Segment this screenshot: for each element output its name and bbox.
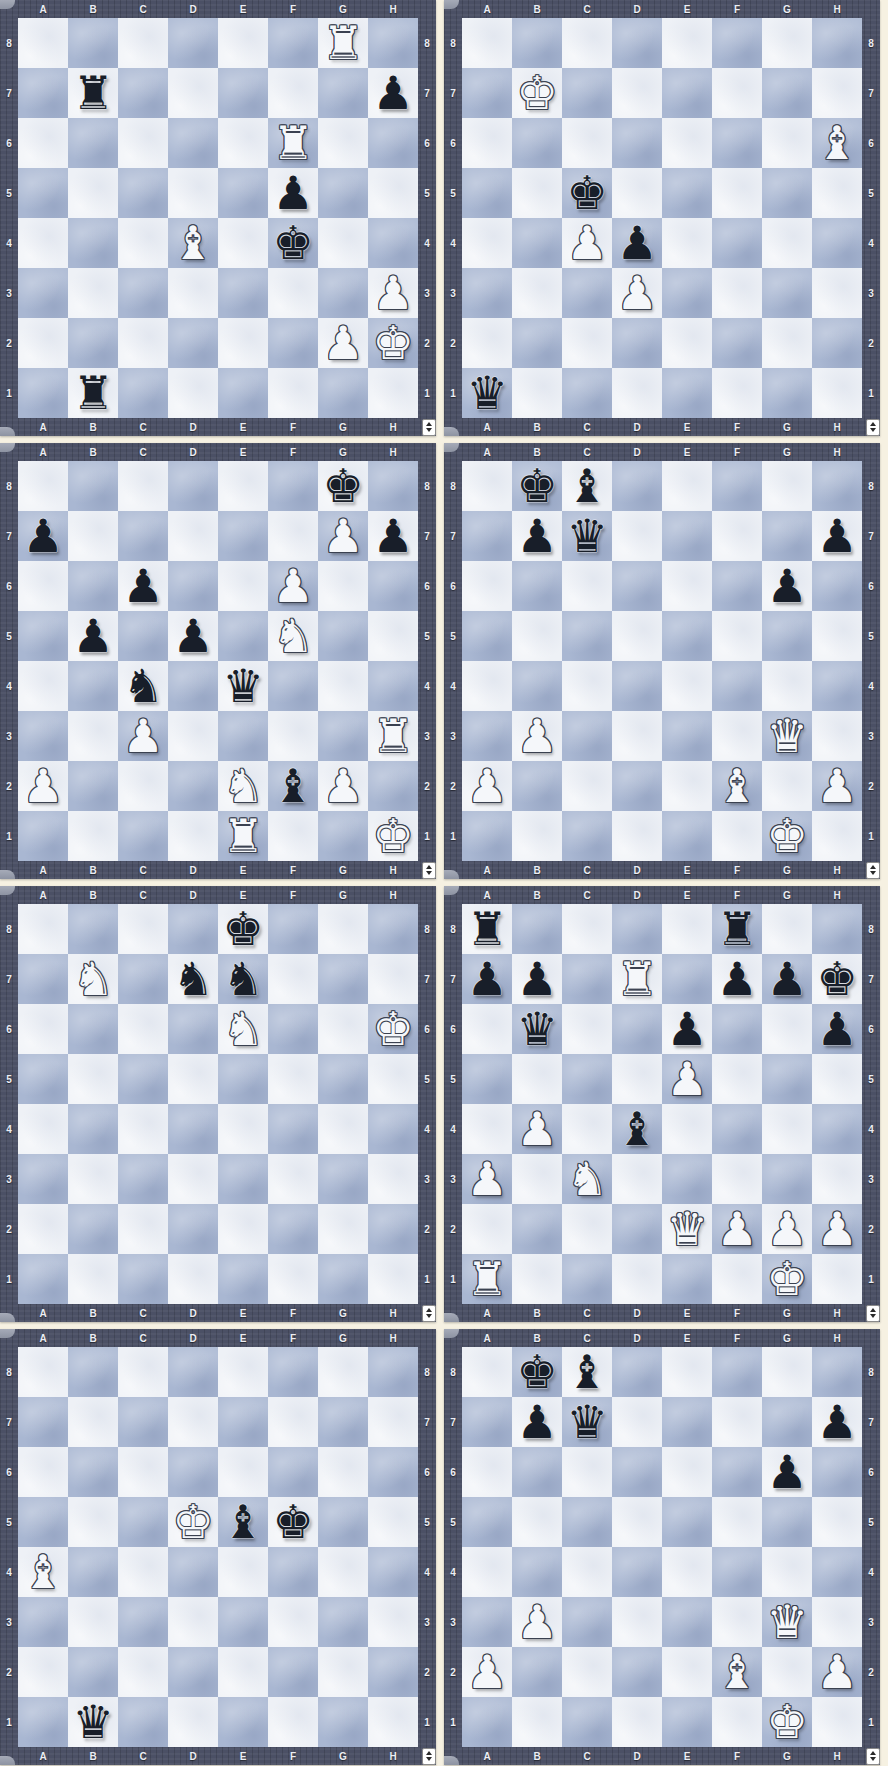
square-g3[interactable]: ♛	[762, 1597, 812, 1647]
square-g1[interactable]: ♚	[762, 1697, 812, 1747]
square-d3[interactable]	[168, 268, 218, 318]
square-c6[interactable]	[562, 561, 612, 611]
square-f1[interactable]	[268, 811, 318, 861]
square-a7[interactable]	[18, 1397, 68, 1447]
square-g6[interactable]	[318, 118, 368, 168]
square-g3[interactable]: ♛	[762, 711, 812, 761]
square-d6[interactable]	[612, 1004, 662, 1054]
square-g8[interactable]: ♜	[318, 18, 368, 68]
square-d2[interactable]	[168, 761, 218, 811]
square-g2[interactable]	[762, 761, 812, 811]
square-b8[interactable]: ♚	[512, 1347, 562, 1397]
square-e7[interactable]	[662, 68, 712, 118]
square-a2[interactable]	[18, 1647, 68, 1697]
square-g7[interactable]	[762, 1397, 812, 1447]
square-h7[interactable]: ♚	[812, 954, 862, 1004]
square-a1[interactable]	[18, 368, 68, 418]
square-b3[interactable]	[68, 711, 118, 761]
square-h5[interactable]	[368, 1054, 418, 1104]
square-h8[interactable]	[368, 18, 418, 68]
square-f4[interactable]	[268, 1547, 318, 1597]
square-a5[interactable]	[462, 611, 512, 661]
square-b5[interactable]	[512, 168, 562, 218]
square-d7[interactable]	[612, 511, 662, 561]
square-g5[interactable]	[762, 611, 812, 661]
square-g6[interactable]	[762, 118, 812, 168]
square-f7[interactable]: ♟	[712, 954, 762, 1004]
square-e2[interactable]	[662, 318, 712, 368]
square-c5[interactable]	[118, 1054, 168, 1104]
square-b5[interactable]	[68, 168, 118, 218]
square-d1[interactable]	[168, 1254, 218, 1304]
square-f6[interactable]	[712, 561, 762, 611]
square-h2[interactable]: ♚	[368, 318, 418, 368]
square-g8[interactable]	[318, 904, 368, 954]
square-b8[interactable]	[512, 18, 562, 68]
square-b6[interactable]	[512, 561, 562, 611]
square-e4[interactable]	[662, 661, 712, 711]
board-size-spinner[interactable]	[866, 1305, 880, 1322]
square-c5[interactable]	[562, 611, 612, 661]
square-g1[interactable]: ♚	[762, 1254, 812, 1304]
square-a7[interactable]: ♟	[462, 954, 512, 1004]
square-e7[interactable]	[218, 511, 268, 561]
square-c6[interactable]	[118, 1447, 168, 1497]
square-h4[interactable]	[812, 218, 862, 268]
square-c7[interactable]	[118, 511, 168, 561]
square-e7[interactable]	[662, 511, 712, 561]
square-f6[interactable]	[268, 1447, 318, 1497]
square-e5[interactable]: ♝	[218, 1497, 268, 1547]
square-f4[interactable]	[268, 661, 318, 711]
square-f6[interactable]	[268, 1004, 318, 1054]
square-e8[interactable]	[662, 461, 712, 511]
square-f2[interactable]: ♟	[712, 1204, 762, 1254]
square-g3[interactable]	[762, 1154, 812, 1204]
square-h6[interactable]	[368, 561, 418, 611]
square-d5[interactable]	[168, 1054, 218, 1104]
square-g7[interactable]: ♟	[318, 511, 368, 561]
square-h2[interactable]	[368, 1647, 418, 1697]
square-d3[interactable]	[168, 1597, 218, 1647]
square-f8[interactable]	[268, 461, 318, 511]
square-f1[interactable]	[268, 368, 318, 418]
square-c3[interactable]: ♟	[118, 711, 168, 761]
square-f1[interactable]	[712, 811, 762, 861]
square-h3[interactable]	[368, 1154, 418, 1204]
square-f5[interactable]: ♟	[268, 168, 318, 218]
square-g1[interactable]	[318, 1254, 368, 1304]
square-g7[interactable]	[318, 68, 368, 118]
square-b1[interactable]: ♜	[68, 368, 118, 418]
square-b2[interactable]	[512, 318, 562, 368]
square-e6[interactable]: ♟	[662, 1004, 712, 1054]
square-e2[interactable]	[218, 1204, 268, 1254]
square-h7[interactable]: ♟	[812, 511, 862, 561]
square-f5[interactable]	[268, 1054, 318, 1104]
square-g8[interactable]	[762, 1347, 812, 1397]
square-b4[interactable]: ♟	[512, 1104, 562, 1154]
square-a6[interactable]	[462, 118, 512, 168]
square-e3[interactable]	[662, 711, 712, 761]
square-d6[interactable]	[612, 1447, 662, 1497]
square-g2[interactable]	[318, 1204, 368, 1254]
square-g8[interactable]	[762, 18, 812, 68]
square-f3[interactable]	[268, 268, 318, 318]
square-b3[interactable]	[68, 1154, 118, 1204]
square-c4[interactable]	[118, 1104, 168, 1154]
square-g7[interactable]	[762, 68, 812, 118]
square-e4[interactable]	[218, 1104, 268, 1154]
square-c5[interactable]	[562, 1054, 612, 1104]
square-d2[interactable]	[612, 1647, 662, 1697]
square-d7[interactable]	[612, 68, 662, 118]
square-h6[interactable]: ♝	[812, 118, 862, 168]
square-b6[interactable]	[68, 1004, 118, 1054]
square-g2[interactable]	[762, 1647, 812, 1697]
square-c6[interactable]: ♟	[118, 561, 168, 611]
square-a6[interactable]	[18, 1447, 68, 1497]
square-c4[interactable]: ♟	[562, 218, 612, 268]
square-b6[interactable]	[68, 561, 118, 611]
square-d1[interactable]	[168, 1697, 218, 1747]
square-f1[interactable]	[712, 368, 762, 418]
square-d1[interactable]	[612, 811, 662, 861]
square-c1[interactable]	[562, 811, 612, 861]
square-a5[interactable]	[18, 168, 68, 218]
square-d2[interactable]	[612, 318, 662, 368]
square-a4[interactable]	[462, 1104, 512, 1154]
square-a3[interactable]	[462, 711, 512, 761]
square-h7[interactable]	[368, 954, 418, 1004]
square-g6[interactable]	[318, 561, 368, 611]
square-e4[interactable]: ♛	[218, 661, 268, 711]
square-e7[interactable]	[218, 1397, 268, 1447]
square-f4[interactable]	[268, 1104, 318, 1154]
square-h5[interactable]	[812, 1054, 862, 1104]
square-c6[interactable]	[118, 118, 168, 168]
square-e1[interactable]	[662, 1254, 712, 1304]
square-f5[interactable]	[712, 168, 762, 218]
square-c8[interactable]: ♝	[562, 1347, 612, 1397]
square-f8[interactable]	[712, 1347, 762, 1397]
square-b5[interactable]	[512, 1054, 562, 1104]
square-h2[interactable]	[368, 761, 418, 811]
square-d5[interactable]: ♚	[168, 1497, 218, 1547]
square-d5[interactable]	[168, 168, 218, 218]
square-f3[interactable]	[268, 1597, 318, 1647]
square-g6[interactable]	[762, 1004, 812, 1054]
square-a5[interactable]	[18, 1497, 68, 1547]
square-f5[interactable]: ♞	[268, 611, 318, 661]
square-c5[interactable]	[118, 611, 168, 661]
square-g5[interactable]	[318, 168, 368, 218]
square-d8[interactable]	[612, 461, 662, 511]
square-b6[interactable]	[68, 1447, 118, 1497]
square-f5[interactable]: ♚	[268, 1497, 318, 1547]
square-d1[interactable]	[168, 368, 218, 418]
square-h5[interactable]	[812, 168, 862, 218]
square-c4[interactable]: ♞	[118, 661, 168, 711]
square-b2[interactable]	[512, 1647, 562, 1697]
square-e8[interactable]	[218, 461, 268, 511]
square-e1[interactable]	[662, 368, 712, 418]
square-g1[interactable]	[318, 368, 368, 418]
square-f2[interactable]: ♝	[712, 1647, 762, 1697]
square-b2[interactable]	[68, 1204, 118, 1254]
square-a7[interactable]	[462, 68, 512, 118]
square-c1[interactable]	[562, 368, 612, 418]
square-g4[interactable]	[762, 1547, 812, 1597]
square-f4[interactable]: ♚	[268, 218, 318, 268]
square-h6[interactable]: ♚	[368, 1004, 418, 1054]
square-d2[interactable]	[168, 1204, 218, 1254]
square-a1[interactable]	[462, 811, 512, 861]
square-c3[interactable]	[562, 1597, 612, 1647]
square-a1[interactable]	[18, 811, 68, 861]
square-h5[interactable]	[368, 168, 418, 218]
square-d7[interactable]: ♞	[168, 954, 218, 1004]
square-h5[interactable]	[368, 611, 418, 661]
square-g4[interactable]	[318, 218, 368, 268]
square-g6[interactable]	[318, 1004, 368, 1054]
square-d3[interactable]: ♟	[612, 268, 662, 318]
square-e7[interactable]	[662, 954, 712, 1004]
square-b2[interactable]	[512, 761, 562, 811]
square-c3[interactable]	[562, 711, 612, 761]
square-d6[interactable]	[612, 118, 662, 168]
square-d5[interactable]: ♟	[168, 611, 218, 661]
square-h3[interactable]: ♟	[368, 268, 418, 318]
square-h2[interactable]: ♟	[812, 1204, 862, 1254]
square-a1[interactable]: ♛	[462, 368, 512, 418]
square-d7[interactable]	[168, 68, 218, 118]
square-d4[interactable]	[168, 1104, 218, 1154]
square-d6[interactable]	[168, 1447, 218, 1497]
square-a2[interactable]	[18, 318, 68, 368]
square-d3[interactable]	[612, 1597, 662, 1647]
square-b4[interactable]	[68, 218, 118, 268]
square-f2[interactable]	[268, 318, 318, 368]
square-e4[interactable]	[218, 218, 268, 268]
square-f4[interactable]	[712, 218, 762, 268]
square-e5[interactable]	[662, 168, 712, 218]
square-d6[interactable]	[168, 561, 218, 611]
square-c8[interactable]	[118, 18, 168, 68]
square-h8[interactable]	[812, 18, 862, 68]
square-a3[interactable]	[18, 1597, 68, 1647]
square-h1[interactable]	[812, 1697, 862, 1747]
square-c8[interactable]: ♝	[562, 461, 612, 511]
square-a4[interactable]	[462, 661, 512, 711]
square-b8[interactable]	[68, 18, 118, 68]
square-c6[interactable]	[562, 1447, 612, 1497]
square-a6[interactable]	[18, 561, 68, 611]
square-e3[interactable]	[218, 1154, 268, 1204]
square-f7[interactable]	[712, 1397, 762, 1447]
square-a4[interactable]	[462, 1547, 512, 1597]
square-f7[interactable]	[268, 511, 318, 561]
square-b1[interactable]	[68, 811, 118, 861]
square-f2[interactable]	[268, 1204, 318, 1254]
square-a6[interactable]	[462, 1447, 512, 1497]
square-d5[interactable]	[612, 611, 662, 661]
square-d3[interactable]	[612, 1154, 662, 1204]
square-f3[interactable]	[712, 1154, 762, 1204]
square-a5[interactable]	[18, 611, 68, 661]
square-h1[interactable]	[812, 1254, 862, 1304]
square-g4[interactable]	[318, 1547, 368, 1597]
square-g8[interactable]	[762, 461, 812, 511]
square-h2[interactable]: ♟	[812, 1647, 862, 1697]
square-f7[interactable]	[268, 1397, 318, 1447]
square-a3[interactable]	[18, 268, 68, 318]
square-g1[interactable]	[318, 1697, 368, 1747]
square-d2[interactable]	[612, 1204, 662, 1254]
square-f1[interactable]	[268, 1254, 318, 1304]
square-a7[interactable]	[462, 511, 512, 561]
square-a5[interactable]	[462, 1497, 512, 1547]
square-a2[interactable]	[18, 1204, 68, 1254]
board-size-spinner[interactable]	[422, 862, 436, 879]
square-g2[interactable]: ♟	[318, 761, 368, 811]
square-h7[interactable]	[812, 68, 862, 118]
square-e2[interactable]	[662, 761, 712, 811]
square-a3[interactable]: ♟	[462, 1154, 512, 1204]
square-e1[interactable]	[662, 1697, 712, 1747]
square-e3[interactable]	[662, 1154, 712, 1204]
square-e3[interactable]	[218, 1597, 268, 1647]
square-c8[interactable]	[118, 904, 168, 954]
square-h7[interactable]: ♟	[368, 511, 418, 561]
square-g1[interactable]	[318, 811, 368, 861]
board-size-spinner[interactable]	[422, 1748, 436, 1765]
square-e1[interactable]	[218, 1254, 268, 1304]
square-f2[interactable]	[712, 318, 762, 368]
square-f7[interactable]	[712, 68, 762, 118]
square-e8[interactable]	[218, 18, 268, 68]
square-f1[interactable]	[712, 1697, 762, 1747]
square-b4[interactable]	[68, 1104, 118, 1154]
square-h8[interactable]	[368, 461, 418, 511]
square-b1[interactable]	[512, 1697, 562, 1747]
square-c5[interactable]	[118, 168, 168, 218]
square-b4[interactable]	[68, 661, 118, 711]
square-b4[interactable]	[512, 661, 562, 711]
square-h8[interactable]	[812, 904, 862, 954]
board-size-spinner[interactable]	[866, 862, 880, 879]
square-a4[interactable]	[462, 218, 512, 268]
square-b7[interactable]: ♜	[68, 68, 118, 118]
square-b1[interactable]	[512, 811, 562, 861]
square-e5[interactable]	[218, 1054, 268, 1104]
square-d5[interactable]	[612, 168, 662, 218]
square-c2[interactable]	[118, 318, 168, 368]
square-g4[interactable]	[318, 661, 368, 711]
square-b6[interactable]	[512, 118, 562, 168]
square-b1[interactable]	[68, 1254, 118, 1304]
square-c4[interactable]	[118, 218, 168, 268]
square-e2[interactable]	[218, 318, 268, 368]
square-c3[interactable]	[118, 268, 168, 318]
square-g4[interactable]	[318, 1104, 368, 1154]
square-c7[interactable]: ♛	[562, 1397, 612, 1447]
square-g7[interactable]	[318, 954, 368, 1004]
square-b3[interactable]: ♟	[512, 1597, 562, 1647]
square-f4[interactable]	[712, 1547, 762, 1597]
square-h4[interactable]	[368, 1104, 418, 1154]
square-f6[interactable]	[712, 1004, 762, 1054]
square-a3[interactable]	[18, 711, 68, 761]
square-c4[interactable]	[562, 1104, 612, 1154]
square-h3[interactable]	[368, 1597, 418, 1647]
square-a5[interactable]	[462, 1054, 512, 1104]
square-b2[interactable]	[68, 1647, 118, 1697]
square-h2[interactable]: ♟	[812, 761, 862, 811]
square-b3[interactable]	[512, 1154, 562, 1204]
square-g7[interactable]	[318, 1397, 368, 1447]
square-d4[interactable]	[168, 661, 218, 711]
square-c6[interactable]	[562, 1004, 612, 1054]
square-h8[interactable]	[812, 1347, 862, 1397]
square-h8[interactable]	[368, 904, 418, 954]
square-g4[interactable]	[762, 1104, 812, 1154]
square-b7[interactable]: ♟	[512, 1397, 562, 1447]
square-d1[interactable]	[612, 1697, 662, 1747]
square-f8[interactable]	[712, 461, 762, 511]
square-c8[interactable]	[118, 461, 168, 511]
square-d4[interactable]	[168, 1547, 218, 1597]
square-f5[interactable]	[712, 1054, 762, 1104]
square-f8[interactable]	[268, 1347, 318, 1397]
square-e4[interactable]	[218, 1547, 268, 1597]
square-c3[interactable]	[562, 268, 612, 318]
square-g6[interactable]: ♟	[762, 1447, 812, 1497]
square-g2[interactable]: ♟	[318, 318, 368, 368]
square-h4[interactable]	[812, 1547, 862, 1597]
square-b5[interactable]	[68, 1054, 118, 1104]
square-h6[interactable]	[368, 1447, 418, 1497]
square-c1[interactable]	[562, 1254, 612, 1304]
square-h1[interactable]	[368, 1254, 418, 1304]
square-d7[interactable]	[168, 511, 218, 561]
square-d3[interactable]	[612, 711, 662, 761]
square-a1[interactable]	[18, 1697, 68, 1747]
square-e4[interactable]	[662, 218, 712, 268]
square-d5[interactable]	[612, 1497, 662, 1547]
square-a4[interactable]	[18, 661, 68, 711]
square-h3[interactable]	[812, 268, 862, 318]
square-g5[interactable]	[318, 1054, 368, 1104]
square-e6[interactable]	[662, 1447, 712, 1497]
square-d7[interactable]: ♜	[612, 954, 662, 1004]
square-g2[interactable]	[762, 318, 812, 368]
square-e2[interactable]: ♛	[662, 1204, 712, 1254]
square-e8[interactable]	[662, 1347, 712, 1397]
square-b2[interactable]	[68, 761, 118, 811]
square-d6[interactable]	[612, 561, 662, 611]
square-c1[interactable]	[118, 1697, 168, 1747]
square-a2[interactable]	[462, 318, 512, 368]
square-g8[interactable]: ♚	[318, 461, 368, 511]
square-c1[interactable]	[562, 1697, 612, 1747]
square-b4[interactable]	[68, 1547, 118, 1597]
square-a6[interactable]	[462, 1004, 512, 1054]
square-c2[interactable]	[118, 1204, 168, 1254]
square-f1[interactable]	[268, 1697, 318, 1747]
square-e1[interactable]	[218, 368, 268, 418]
square-e1[interactable]	[218, 1697, 268, 1747]
